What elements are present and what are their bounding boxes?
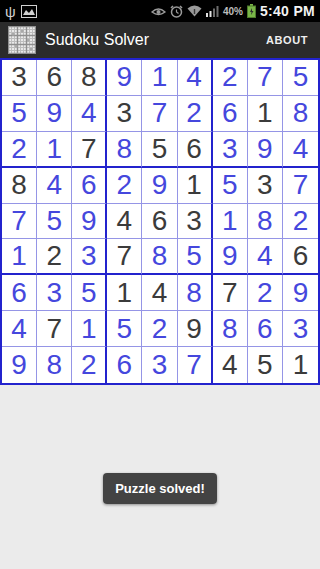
cell-r1c3[interactable]: 8 <box>72 60 107 96</box>
alarm-icon <box>170 5 183 18</box>
cell-r1c7[interactable]: 2 <box>213 60 248 96</box>
cell-r1c6[interactable]: 4 <box>178 60 213 96</box>
cell-r3c5[interactable]: 5 <box>142 132 177 168</box>
cell-r7c9[interactable]: 9 <box>283 275 318 311</box>
cell-r4c1[interactable]: 8 <box>2 168 37 204</box>
cell-r7c8[interactable]: 2 <box>248 275 283 311</box>
cell-r6c4[interactable]: 7 <box>107 239 142 275</box>
cell-r8c3[interactable]: 1 <box>72 311 107 347</box>
cell-r5c8[interactable]: 8 <box>248 204 283 240</box>
cell-r8c7[interactable]: 8 <box>213 311 248 347</box>
cell-r7c2[interactable]: 3 <box>37 275 72 311</box>
cell-r9c3[interactable]: 2 <box>72 347 107 383</box>
cell-r9c1[interactable]: 9 <box>2 347 37 383</box>
cell-r9c4[interactable]: 6 <box>107 347 142 383</box>
battery-icon <box>247 4 256 18</box>
cell-r4c8[interactable]: 3 <box>248 168 283 204</box>
cell-r2c6[interactable]: 2 <box>178 96 213 132</box>
status-bar-left: ψ <box>5 4 37 19</box>
cell-r4c9[interactable]: 7 <box>283 168 318 204</box>
cell-r8c1[interactable]: 4 <box>2 311 37 347</box>
about-menu-item[interactable]: ABOUT <box>262 24 312 56</box>
cell-r4c4[interactable]: 2 <box>107 168 142 204</box>
cell-r4c3[interactable]: 6 <box>72 168 107 204</box>
cell-r6c9[interactable]: 6 <box>283 239 318 275</box>
cell-r2c2[interactable]: 9 <box>37 96 72 132</box>
toast: Puzzle solved! <box>103 473 217 504</box>
cell-r6c3[interactable]: 3 <box>72 239 107 275</box>
status-bar: ψ 40% 5:40 PM <box>0 0 320 22</box>
wifi-icon <box>187 5 202 17</box>
cell-r2c5[interactable]: 7 <box>142 96 177 132</box>
cell-r9c2[interactable]: 8 <box>37 347 72 383</box>
cell-r7c7[interactable]: 7 <box>213 275 248 311</box>
battery-percent-label: 40% <box>223 6 243 17</box>
cell-r9c7[interactable]: 4 <box>213 347 248 383</box>
toast-message: Puzzle solved! <box>115 481 205 496</box>
cell-r2c1[interactable]: 5 <box>2 96 37 132</box>
cell-r6c2[interactable]: 2 <box>37 239 72 275</box>
sudoku-board: 3689142755943726182178563948462915377594… <box>0 58 320 385</box>
cell-r3c1[interactable]: 2 <box>2 132 37 168</box>
cell-r4c5[interactable]: 9 <box>142 168 177 204</box>
cell-r2c4[interactable]: 3 <box>107 96 142 132</box>
cell-r2c9[interactable]: 8 <box>283 96 318 132</box>
cell-r3c8[interactable]: 9 <box>248 132 283 168</box>
screen: ψ 40% 5:40 PM <box>0 0 320 569</box>
cell-r1c8[interactable]: 7 <box>248 60 283 96</box>
cell-r4c7[interactable]: 5 <box>213 168 248 204</box>
page-title: Sudoku Solver <box>45 31 149 49</box>
cell-r5c9[interactable]: 2 <box>283 204 318 240</box>
cell-r8c5[interactable]: 2 <box>142 311 177 347</box>
cell-r4c2[interactable]: 4 <box>37 168 72 204</box>
app-icon <box>8 26 36 54</box>
cell-r5c1[interactable]: 7 <box>2 204 37 240</box>
cell-r5c7[interactable]: 1 <box>213 204 248 240</box>
cell-r3c4[interactable]: 8 <box>107 132 142 168</box>
cell-r3c9[interactable]: 4 <box>283 132 318 168</box>
cell-r4c6[interactable]: 1 <box>178 168 213 204</box>
cell-r6c5[interactable]: 8 <box>142 239 177 275</box>
cell-r8c4[interactable]: 5 <box>107 311 142 347</box>
cell-r5c4[interactable]: 4 <box>107 204 142 240</box>
cell-r9c9[interactable]: 1 <box>283 347 318 383</box>
cell-r2c3[interactable]: 4 <box>72 96 107 132</box>
cell-r1c4[interactable]: 9 <box>107 60 142 96</box>
cell-r1c9[interactable]: 5 <box>283 60 318 96</box>
cell-r8c2[interactable]: 7 <box>37 311 72 347</box>
cell-r6c7[interactable]: 9 <box>213 239 248 275</box>
cell-r9c8[interactable]: 5 <box>248 347 283 383</box>
cell-r5c3[interactable]: 9 <box>72 204 107 240</box>
cell-r6c8[interactable]: 4 <box>248 239 283 275</box>
cell-r2c7[interactable]: 6 <box>213 96 248 132</box>
cell-r5c6[interactable]: 3 <box>178 204 213 240</box>
cell-r8c6[interactable]: 9 <box>178 311 213 347</box>
cell-r1c2[interactable]: 6 <box>37 60 72 96</box>
action-bar: Sudoku Solver ABOUT <box>0 22 320 58</box>
cell-r6c6[interactable]: 5 <box>178 239 213 275</box>
cell-r7c6[interactable]: 8 <box>178 275 213 311</box>
cell-r1c1[interactable]: 3 <box>2 60 37 96</box>
usb-icon: ψ <box>5 4 16 19</box>
screenshot-icon <box>21 5 37 18</box>
clock-label: 5:40 PM <box>260 3 315 19</box>
cell-r3c6[interactable]: 6 <box>178 132 213 168</box>
cell-r3c7[interactable]: 3 <box>213 132 248 168</box>
status-bar-right: 40% 5:40 PM <box>151 3 315 19</box>
cell-r1c5[interactable]: 1 <box>142 60 177 96</box>
cell-r7c1[interactable]: 6 <box>2 275 37 311</box>
cell-r2c8[interactable]: 1 <box>248 96 283 132</box>
signal-icon <box>206 5 219 17</box>
cell-r8c9[interactable]: 3 <box>283 311 318 347</box>
cell-r9c5[interactable]: 3 <box>142 347 177 383</box>
cell-r7c5[interactable]: 4 <box>142 275 177 311</box>
cell-r7c4[interactable]: 1 <box>107 275 142 311</box>
cell-r5c5[interactable]: 6 <box>142 204 177 240</box>
cell-r3c2[interactable]: 1 <box>37 132 72 168</box>
cell-r3c3[interactable]: 7 <box>72 132 107 168</box>
cell-r9c6[interactable]: 7 <box>178 347 213 383</box>
cell-r7c3[interactable]: 5 <box>72 275 107 311</box>
cell-r8c8[interactable]: 6 <box>248 311 283 347</box>
cell-r6c1[interactable]: 1 <box>2 239 37 275</box>
cell-r5c2[interactable]: 5 <box>37 204 72 240</box>
eye-icon <box>151 6 166 17</box>
